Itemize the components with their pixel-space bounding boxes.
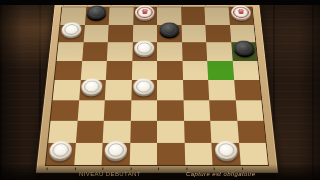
white-man-piece-r8c1[interactable] (48, 141, 72, 159)
white-king-piece-r1c4[interactable]: ♛ (135, 5, 154, 19)
white-man-piece-r3c4[interactable] (134, 40, 154, 55)
game-scene: ♛♛ (0, 0, 320, 180)
king-crown-icon: ♛ (137, 7, 153, 18)
white-man-piece-r8c3[interactable] (104, 141, 127, 159)
level-label: NIVEAU DEBUTANT (79, 171, 141, 177)
letterbox-top-bar (0, 0, 320, 5)
white-man-piece-r8c7[interactable] (215, 141, 238, 159)
pieces-layer: ♛♛ (46, 7, 268, 165)
black-man-piece-r3c8[interactable] (234, 40, 255, 55)
rule-message: Capture est obligatoire (186, 171, 256, 177)
white-man-piece-r5c4[interactable] (133, 78, 154, 94)
king-crown-icon: ♛ (233, 7, 250, 18)
white-man-piece-r5c2[interactable] (81, 78, 103, 94)
black-man-piece-r2c5[interactable] (159, 23, 179, 37)
frame-tick-marks-bottom (46, 168, 267, 171)
white-man-piece-r2c1[interactable] (61, 23, 82, 37)
white-king-piece-r1c8[interactable]: ♛ (231, 5, 251, 19)
checkers-board: ♛♛ (35, 1, 279, 173)
